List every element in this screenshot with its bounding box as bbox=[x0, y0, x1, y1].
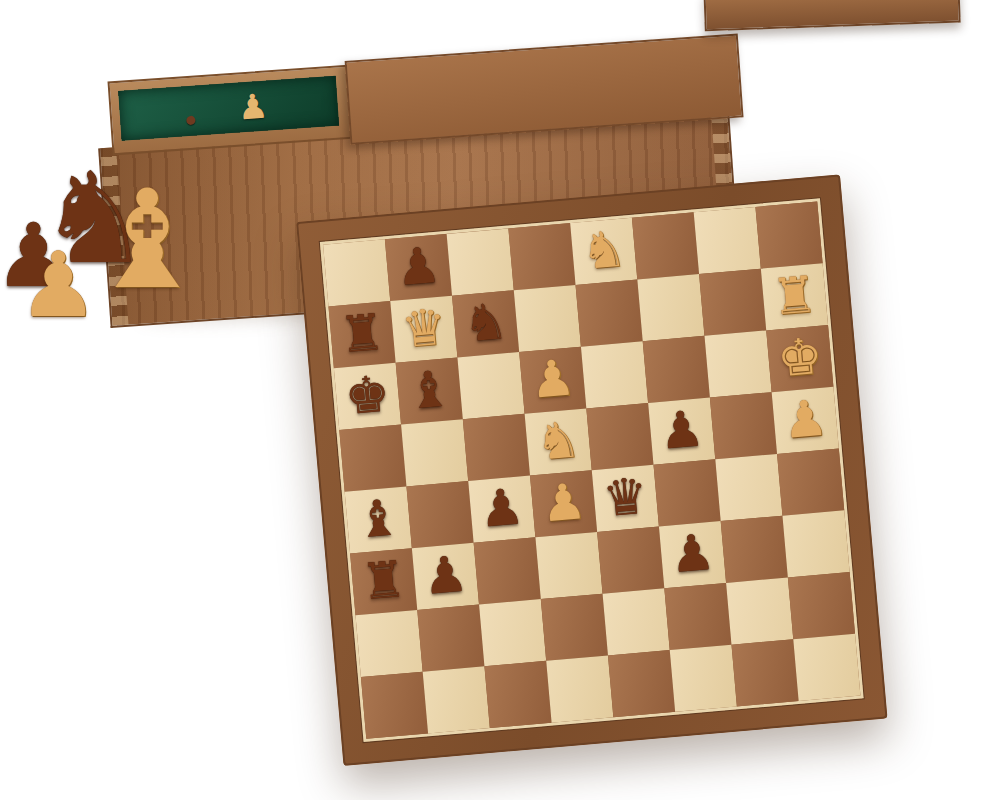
square-h6[interactable]: ♚ bbox=[766, 325, 833, 392]
piece-white-pawn[interactable]: ♟ bbox=[772, 387, 839, 454]
square-b4[interactable] bbox=[406, 481, 473, 548]
square-g1[interactable] bbox=[731, 639, 798, 706]
square-e3[interactable] bbox=[597, 527, 664, 594]
square-f7[interactable] bbox=[637, 274, 704, 341]
square-f2[interactable] bbox=[664, 583, 731, 650]
square-c7[interactable]: ♞ bbox=[452, 290, 519, 357]
square-g8[interactable] bbox=[694, 207, 761, 274]
piece-black-pawn[interactable]: ♟ bbox=[659, 521, 726, 588]
square-h4[interactable] bbox=[777, 449, 844, 516]
square-e2[interactable] bbox=[603, 588, 670, 655]
piece-black-pawn[interactable]: ♟ bbox=[412, 543, 479, 610]
square-d2[interactable] bbox=[541, 594, 608, 661]
square-h1[interactable] bbox=[793, 634, 860, 701]
square-a7[interactable]: ♜ bbox=[328, 301, 395, 368]
square-d5[interactable]: ♞ bbox=[525, 408, 592, 475]
square-h8[interactable] bbox=[755, 201, 822, 268]
piece-white-pawn[interactable]: ♟ bbox=[530, 470, 597, 537]
square-d1[interactable] bbox=[546, 655, 613, 722]
captured-white-bishop[interactable]: ♝ bbox=[86, 172, 208, 308]
piece-black-pawn[interactable]: ♟ bbox=[385, 234, 452, 301]
square-h3[interactable] bbox=[782, 510, 849, 577]
square-a3[interactable]: ♜ bbox=[350, 548, 417, 615]
square-a8[interactable] bbox=[323, 239, 390, 306]
square-a5[interactable] bbox=[339, 425, 406, 492]
piece-white-knight[interactable]: ♞ bbox=[525, 408, 592, 475]
square-a1[interactable] bbox=[361, 672, 428, 739]
pawn-inside-box[interactable]: ♟ bbox=[236, 88, 269, 124]
piece-black-rook[interactable]: ♜ bbox=[350, 548, 417, 615]
piece-white-queen[interactable]: ♛ bbox=[390, 296, 457, 363]
square-h2[interactable] bbox=[788, 572, 855, 639]
piece-black-pawn[interactable]: ♟ bbox=[468, 476, 535, 543]
piece-white-knight[interactable]: ♞ bbox=[570, 218, 637, 285]
product-photo-scene: ♟ ♟ ♟ ♞ ♝ ♟♞♜♛♞♜♚♝♟♚♞♟♟♝♟♟♛♜♟♟ bbox=[0, 0, 1000, 800]
square-d8[interactable] bbox=[508, 223, 575, 290]
square-d4[interactable]: ♟ bbox=[530, 470, 597, 537]
green-felt-lining: ♟ bbox=[118, 76, 339, 141]
square-c4[interactable]: ♟ bbox=[468, 476, 535, 543]
square-e5[interactable] bbox=[586, 403, 653, 470]
square-e6[interactable] bbox=[581, 341, 648, 408]
walnut-frame: ♟♞♜♛♞♜♚♝♟♚♞♟♟♝♟♟♛♜♟♟ bbox=[296, 174, 888, 766]
square-c3[interactable] bbox=[474, 537, 541, 604]
square-d6[interactable]: ♟ bbox=[519, 347, 586, 414]
square-e7[interactable] bbox=[576, 279, 643, 346]
piece-black-queen[interactable]: ♛ bbox=[592, 465, 659, 532]
square-a4[interactable]: ♝ bbox=[345, 486, 412, 553]
square-a2[interactable] bbox=[356, 610, 423, 677]
square-e8[interactable]: ♞ bbox=[570, 218, 637, 285]
piece-black-knight[interactable]: ♞ bbox=[452, 290, 519, 357]
chessboard: ♟♞♜♛♞♜♚♝♟♚♞♟♟♝♟♟♛♜♟♟ bbox=[296, 174, 888, 766]
square-b8[interactable]: ♟ bbox=[385, 234, 452, 301]
square-b3[interactable]: ♟ bbox=[412, 543, 479, 610]
square-h5[interactable]: ♟ bbox=[772, 387, 839, 454]
square-f6[interactable] bbox=[643, 336, 710, 403]
square-c1[interactable] bbox=[484, 661, 551, 728]
piece-black-rook[interactable]: ♜ bbox=[328, 301, 395, 368]
square-f5[interactable]: ♟ bbox=[648, 398, 715, 465]
square-g3[interactable] bbox=[721, 516, 788, 583]
piece-black-king[interactable]: ♚ bbox=[334, 363, 401, 430]
piece-white-king[interactable]: ♚ bbox=[766, 325, 833, 392]
square-g6[interactable] bbox=[704, 330, 771, 397]
square-g2[interactable] bbox=[726, 577, 793, 644]
square-f4[interactable] bbox=[654, 459, 721, 526]
square-c6[interactable] bbox=[457, 352, 524, 419]
piece-white-rook[interactable]: ♜ bbox=[761, 263, 828, 330]
board-grid: ♟♞♜♛♞♜♚♝♟♚♞♟♟♝♟♟♛♜♟♟ bbox=[320, 198, 864, 742]
square-d3[interactable] bbox=[535, 532, 602, 599]
square-c2[interactable] bbox=[479, 599, 546, 666]
square-c5[interactable] bbox=[463, 414, 530, 481]
square-c8[interactable] bbox=[447, 229, 514, 296]
square-b6[interactable]: ♝ bbox=[396, 357, 463, 424]
square-d7[interactable] bbox=[514, 285, 581, 352]
square-a6[interactable]: ♚ bbox=[334, 363, 401, 430]
square-e1[interactable] bbox=[608, 650, 675, 717]
square-b5[interactable] bbox=[401, 419, 468, 486]
piece-white-pawn[interactable]: ♟ bbox=[519, 347, 586, 414]
square-f8[interactable] bbox=[632, 212, 699, 279]
piece-black-bishop[interactable]: ♝ bbox=[396, 357, 463, 424]
square-h7[interactable]: ♜ bbox=[761, 263, 828, 330]
square-b2[interactable] bbox=[417, 605, 484, 672]
square-g7[interactable] bbox=[699, 269, 766, 336]
square-b7[interactable]: ♛ bbox=[390, 296, 457, 363]
square-e4[interactable]: ♛ bbox=[592, 465, 659, 532]
square-f1[interactable] bbox=[670, 645, 737, 712]
piece-head-inside-box bbox=[186, 116, 196, 126]
piece-black-pawn[interactable]: ♟ bbox=[648, 398, 715, 465]
square-g4[interactable] bbox=[715, 454, 782, 521]
square-f3[interactable]: ♟ bbox=[659, 521, 726, 588]
square-b1[interactable] bbox=[423, 666, 490, 733]
square-g5[interactable] bbox=[710, 392, 777, 459]
piece-black-bishop[interactable]: ♝ bbox=[345, 486, 412, 553]
sliding-lid-overhang[interactable] bbox=[704, 0, 961, 31]
